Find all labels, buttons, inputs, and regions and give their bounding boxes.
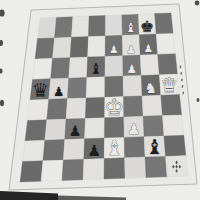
photo-scene: ♚♝♟♟♟♝♟♛♟♞♛♚♟♟♟♝♝ [0, 0, 200, 200]
photo-wash [0, 0, 200, 200]
chess-board-photo: ♚♝♟♟♟♝♟♛♟♞♛♚♟♟♟♝♝ [0, 0, 200, 200]
